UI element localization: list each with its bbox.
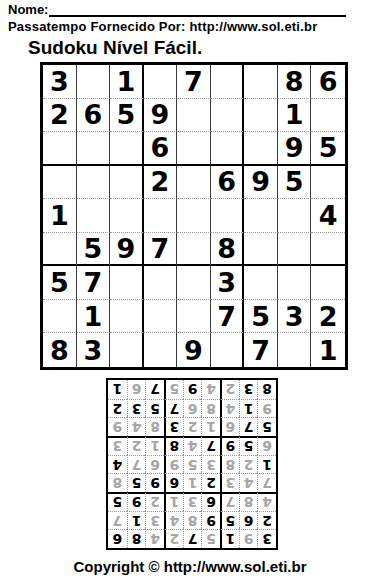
solution-cell-r3c4: 6 [201,492,220,511]
puzzle-cell-r3c8: 9 [278,132,312,166]
puzzle-cell-r1c2 [77,65,111,99]
solution-cell-r9c1: 8 [257,380,276,399]
puzzle-cell-r9c2: 3 [77,333,111,367]
puzzle-cell-r7c1: 5 [43,266,77,300]
puzzle-cell-r8c4 [144,300,178,334]
solution-cell-r9c9: 1 [108,380,127,399]
puzzle-cell-r4c3 [110,166,144,200]
puzzle-cell-r5c8 [278,199,312,233]
puzzle-cell-r3c3 [110,132,144,166]
puzzle-cell-r5c6 [211,199,245,233]
puzzle-cell-r7c4 [144,266,178,300]
solution-cell-r2c5: 8 [183,511,202,530]
page-title: Sudoku Nível Fácil. [28,37,202,59]
solution-cell-r1c7: 4 [145,529,164,548]
solution-cell-r5c4: 3 [201,455,220,474]
solution-cell-r6c5: 4 [183,436,202,455]
copyright-line: Copyright © http://www.sol.eti.br [0,558,380,575]
puzzle-cell-r1c5: 7 [177,65,211,99]
puzzle-cell-r7c2: 7 [77,266,111,300]
puzzle-cell-r4c6: 6 [211,166,245,200]
puzzle-cell-r6c2: 5 [77,233,111,267]
solution-cell-r4c6: 6 [164,473,183,492]
solution-cell-r7c3: 6 [220,417,239,436]
puzzle-cell-r1c9: 6 [311,65,345,99]
sudoku-puzzle-grid: 317862659169526951459785731753283971 [40,62,348,370]
puzzle-cell-r2c6 [211,99,245,133]
puzzle-cell-r6c1 [43,233,77,267]
puzzle-cell-r6c5 [177,233,211,267]
solution-cell-r6c1: 6 [257,436,276,455]
solution-cell-r4c3: 3 [220,473,239,492]
puzzle-cell-r8c1 [43,300,77,334]
solution-cell-r6c9: 3 [108,436,127,455]
solution-cell-r2c9: 7 [108,511,127,530]
solution-cell-r8c5: 6 [183,399,202,418]
solution-cell-r9c3: 2 [220,380,239,399]
solution-cell-r7c9: 9 [108,417,127,436]
puzzle-cell-r5c3 [110,199,144,233]
puzzle-cell-r5c1: 1 [43,199,77,233]
puzzle-cell-r2c5 [177,99,211,133]
solution-cell-r3c1: 4 [257,492,276,511]
solution-cell-r2c2: 6 [239,511,258,530]
solution-cell-r9c8: 6 [127,380,146,399]
puzzle-cell-r8c2: 1 [77,300,111,334]
solution-cell-r3c2: 8 [239,492,258,511]
puzzle-cell-r8c5 [177,300,211,334]
solution-cell-r7c8: 4 [127,417,146,436]
solution-cell-r5c2: 2 [239,455,258,474]
puzzle-cell-r1c4 [144,65,178,99]
puzzle-cell-r6c4: 7 [144,233,178,267]
solution-cell-r1c2: 9 [239,529,258,548]
puzzle-cell-r1c3: 1 [110,65,144,99]
solution-cell-r1c1: 3 [257,529,276,548]
solution-cell-r6c7: 1 [145,436,164,455]
solution-cell-r5c1: 1 [257,455,276,474]
solution-cell-r1c8: 8 [127,529,146,548]
puzzle-cell-r9c3 [110,333,144,367]
puzzle-cell-r9c8 [278,333,312,367]
solution-cell-r4c5: 1 [183,473,202,492]
solution-cell-r1c4: 5 [201,529,220,548]
solution-cell-r6c3: 9 [220,436,239,455]
puzzle-cell-r4c7: 9 [244,166,278,200]
solution-cell-r5c3: 8 [220,455,239,474]
puzzle-cell-r3c5 [177,132,211,166]
puzzle-cell-r7c9 [311,266,345,300]
solution-cell-r6c4: 7 [201,436,220,455]
solution-cell-r3c8: 9 [127,492,146,511]
solution-cell-r9c7: 7 [145,380,164,399]
solution-cell-r2c3: 5 [220,511,239,530]
solution-cell-r5c6: 9 [164,455,183,474]
puzzle-cell-r4c9 [311,166,345,200]
solution-cell-r5c7: 6 [145,455,164,474]
name-label: Nome: [8,2,48,17]
solution-cell-r7c5: 2 [183,417,202,436]
puzzle-cell-r4c2 [77,166,111,200]
solution-cell-r1c3: 1 [220,529,239,548]
puzzle-cell-r3c1 [43,132,77,166]
sudoku-solution-grid-rotated: 3915724862659843174876312957432169581283… [106,378,278,550]
puzzle-cell-r8c7: 5 [244,300,278,334]
solution-cell-r1c5: 7 [183,529,202,548]
solution-cell-r2c1: 2 [257,511,276,530]
solution-cell-r3c9: 5 [108,492,127,511]
puzzle-cell-r6c8 [278,233,312,267]
puzzle-cell-r6c9 [311,233,345,267]
solution-cell-r3c6: 1 [164,492,183,511]
puzzle-cell-r9c7: 7 [244,333,278,367]
name-field-row: Nome: [8,2,346,17]
puzzle-cell-r6c7 [244,233,278,267]
solution-cell-r2c6: 4 [164,511,183,530]
solution-cell-r2c4: 9 [201,511,220,530]
puzzle-cell-r7c5 [177,266,211,300]
solution-cell-r5c8: 7 [127,455,146,474]
solution-cell-r8c1: 9 [257,399,276,418]
puzzle-cell-r7c8 [278,266,312,300]
puzzle-cell-r2c2: 6 [77,99,111,133]
solution-cell-r6c2: 5 [239,436,258,455]
puzzle-cell-r7c6: 3 [211,266,245,300]
solution-cell-r6c8: 2 [127,436,146,455]
puzzle-cell-r9c1: 8 [43,333,77,367]
puzzle-cell-r3c7 [244,132,278,166]
puzzle-cell-r7c7 [244,266,278,300]
puzzle-cell-r9c9: 1 [311,333,345,367]
puzzle-cell-r8c9: 2 [311,300,345,334]
puzzle-cell-r3c6 [211,132,245,166]
solution-cell-r8c3: 4 [220,399,239,418]
solution-cell-r8c6: 7 [164,399,183,418]
puzzle-cell-r7c3 [110,266,144,300]
puzzle-cell-r8c8: 3 [278,300,312,334]
solution-cell-r1c9: 6 [108,529,127,548]
solution-cell-r8c2: 1 [239,399,258,418]
puzzle-cell-r6c3: 9 [110,233,144,267]
solution-cell-r4c8: 5 [127,473,146,492]
solution-cell-r5c5: 5 [183,455,202,474]
solution-cell-r7c1: 5 [257,417,276,436]
solution-cell-r4c4: 2 [201,473,220,492]
puzzle-cell-r4c8: 5 [278,166,312,200]
solution-cell-r4c7: 9 [145,473,164,492]
solution-cell-r4c2: 4 [239,473,258,492]
puzzle-cell-r8c3 [110,300,144,334]
solution-cell-r7c6: 3 [164,417,183,436]
puzzle-cell-r1c1: 3 [43,65,77,99]
puzzle-cell-r5c2 [77,199,111,233]
solution-cell-r7c2: 7 [239,417,258,436]
solution-cell-r3c3: 7 [220,492,239,511]
solution-cell-r8c9: 2 [108,399,127,418]
puzzle-cell-r2c8: 1 [278,99,312,133]
solution-cell-r9c6: 5 [164,380,183,399]
puzzle-cell-r2c3: 5 [110,99,144,133]
solution-cell-r2c8: 1 [127,511,146,530]
puzzle-cell-r9c4 [144,333,178,367]
puzzle-cell-r1c7 [244,65,278,99]
puzzle-cell-r6c6: 8 [211,233,245,267]
puzzle-cell-r3c2 [77,132,111,166]
puzzle-cell-r5c7 [244,199,278,233]
puzzle-cell-r2c7 [244,99,278,133]
solution-cell-r4c9: 8 [108,473,127,492]
puzzle-cell-r3c9: 5 [311,132,345,166]
solution-cell-r5c9: 4 [108,455,127,474]
puzzle-cell-r5c4 [144,199,178,233]
puzzle-cell-r4c5 [177,166,211,200]
puzzle-cell-r5c9: 4 [311,199,345,233]
puzzle-cell-r1c8: 8 [278,65,312,99]
solution-cell-r3c5: 3 [183,492,202,511]
solution-cell-r6c6: 8 [164,436,183,455]
puzzle-cell-r8c6: 7 [211,300,245,334]
solution-cell-r9c5: 9 [183,380,202,399]
solution-cell-r4c1: 7 [257,473,276,492]
puzzle-cell-r2c9 [311,99,345,133]
solution-cell-r9c4: 4 [201,380,220,399]
solution-cell-r8c8: 3 [127,399,146,418]
solution-cell-r8c7: 5 [145,399,164,418]
puzzle-cell-r2c1: 2 [43,99,77,133]
solution-cell-r9c2: 3 [239,380,258,399]
puzzle-cell-r9c6 [211,333,245,367]
solution-cell-r3c7: 2 [145,492,164,511]
solution-cell-r2c7: 3 [145,511,164,530]
name-blank-line [49,2,346,17]
puzzle-cell-r9c5: 9 [177,333,211,367]
solution-cell-r8c4: 8 [201,399,220,418]
puzzle-cell-r2c4: 9 [144,99,178,133]
solution-cell-r1c6: 2 [164,529,183,548]
puzzle-cell-r4c1 [43,166,77,200]
puzzle-cell-r1c6 [211,65,245,99]
provider-line: Passatempo Fornecido Por: http://www.sol… [8,19,317,34]
puzzle-cell-r3c4: 6 [144,132,178,166]
puzzle-cell-r4c4: 2 [144,166,178,200]
solution-cell-r7c4: 1 [201,417,220,436]
solution-cell-r7c7: 8 [145,417,164,436]
puzzle-cell-r5c5 [177,199,211,233]
